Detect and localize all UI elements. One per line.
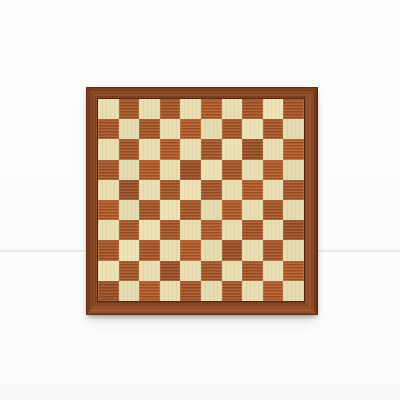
board-square	[222, 240, 243, 260]
frame-rail-right	[305, 87, 318, 315]
board-square	[180, 220, 201, 240]
draughts-board	[86, 87, 318, 315]
board-square	[139, 281, 160, 301]
board-square	[160, 281, 181, 301]
frame-rail-top	[86, 87, 318, 98]
board-square	[263, 281, 284, 301]
board-square	[283, 200, 304, 220]
board-square	[98, 240, 119, 260]
board-square	[160, 99, 181, 119]
board-square	[242, 160, 263, 180]
board-square	[201, 160, 222, 180]
board-square	[283, 180, 304, 200]
board-square	[160, 240, 181, 260]
board-square	[119, 99, 140, 119]
board-square	[180, 200, 201, 220]
board-square	[242, 261, 263, 281]
frame-rail-left	[86, 87, 97, 315]
board-square	[139, 119, 160, 139]
board-square	[160, 200, 181, 220]
board-square	[160, 119, 181, 139]
board-square	[98, 160, 119, 180]
board-square	[180, 240, 201, 260]
board-square	[98, 139, 119, 159]
board-square	[242, 119, 263, 139]
board-square	[180, 261, 201, 281]
board-square	[98, 119, 119, 139]
board-square	[283, 240, 304, 260]
board-square	[201, 180, 222, 200]
board-square	[263, 220, 284, 240]
board-square	[160, 160, 181, 180]
board-square	[222, 220, 243, 240]
board-square	[139, 139, 160, 159]
board-square	[283, 160, 304, 180]
board-square	[139, 200, 160, 220]
board-square	[139, 99, 160, 119]
board-square	[160, 180, 181, 200]
board-square	[119, 160, 140, 180]
board-square	[283, 281, 304, 301]
frame-rail-bottom	[86, 302, 318, 315]
board-square	[222, 99, 243, 119]
board-square	[222, 281, 243, 301]
board-square	[139, 180, 160, 200]
board-square	[201, 200, 222, 220]
board-square	[222, 261, 243, 281]
board-square	[180, 180, 201, 200]
board-square	[180, 99, 201, 119]
board-square	[98, 180, 119, 200]
board-square	[98, 200, 119, 220]
board-square	[98, 220, 119, 240]
board-square	[160, 220, 181, 240]
board-square	[119, 240, 140, 260]
board-square	[263, 119, 284, 139]
board-square	[242, 139, 263, 159]
board-square	[119, 200, 140, 220]
board-square	[242, 99, 263, 119]
board-square	[119, 220, 140, 240]
board-square	[263, 99, 284, 119]
board-square	[222, 180, 243, 200]
board-square	[201, 99, 222, 119]
board-square	[201, 261, 222, 281]
board-square	[201, 240, 222, 260]
board-square	[222, 119, 243, 139]
board-square	[283, 261, 304, 281]
board-square	[119, 139, 140, 159]
board-square	[222, 200, 243, 220]
board-square	[222, 139, 243, 159]
board-square	[119, 261, 140, 281]
board-square	[242, 240, 263, 260]
board-square	[201, 139, 222, 159]
board-square	[180, 139, 201, 159]
board-square	[242, 281, 263, 301]
board-square	[119, 119, 140, 139]
board-square	[201, 119, 222, 139]
photo-backdrop	[0, 0, 400, 400]
board-square	[201, 281, 222, 301]
board-square	[283, 220, 304, 240]
board-square	[160, 261, 181, 281]
board-square	[139, 160, 160, 180]
board-square	[119, 281, 140, 301]
board-square	[98, 281, 119, 301]
board-square	[263, 160, 284, 180]
board-square	[180, 160, 201, 180]
board-square	[160, 139, 181, 159]
board-square	[263, 200, 284, 220]
board-square	[201, 220, 222, 240]
board-square	[283, 139, 304, 159]
board-square	[263, 240, 284, 260]
playing-area	[97, 98, 305, 302]
board-square	[283, 99, 304, 119]
board-square	[263, 180, 284, 200]
board-square	[242, 200, 263, 220]
board-square	[263, 261, 284, 281]
board-square	[98, 261, 119, 281]
board-square	[98, 99, 119, 119]
board-square	[139, 261, 160, 281]
board-square	[242, 180, 263, 200]
board-square	[283, 119, 304, 139]
board-square	[263, 139, 284, 159]
board-square	[180, 119, 201, 139]
board-square	[180, 281, 201, 301]
board-square	[242, 220, 263, 240]
board-square	[222, 160, 243, 180]
board-square	[139, 240, 160, 260]
board-square	[119, 180, 140, 200]
board-square	[139, 220, 160, 240]
